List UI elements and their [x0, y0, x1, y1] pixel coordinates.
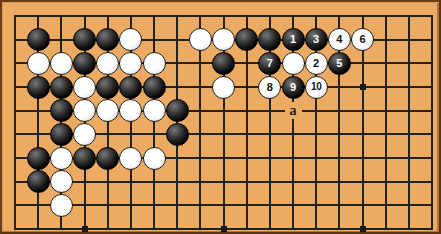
black-stone [27, 76, 50, 99]
white-stone [143, 99, 166, 122]
white-stone [50, 147, 73, 170]
black-stone-move-5: 5 [328, 52, 351, 75]
white-stone-move-2: 2 [305, 52, 328, 75]
star-point [221, 226, 227, 232]
black-stone [50, 99, 73, 122]
white-stone [212, 28, 235, 51]
go-board: 13467258910a [0, 0, 441, 234]
star-point [360, 226, 366, 232]
black-stone-move-7: 7 [258, 52, 281, 75]
black-stone [166, 123, 189, 146]
star-point [82, 226, 88, 232]
white-stone [50, 170, 73, 193]
white-stone [143, 147, 166, 170]
white-stone [189, 28, 212, 51]
grid-line-horizontal [14, 181, 433, 183]
go-diagram: 13467258910a [0, 0, 441, 234]
black-stone-move-1: 1 [282, 28, 305, 51]
white-stone [73, 76, 96, 99]
black-stone [73, 52, 96, 75]
grid-line-vertical [408, 15, 410, 230]
white-stone [119, 99, 142, 122]
white-stone [282, 52, 305, 75]
grid-line-vertical [153, 15, 155, 230]
black-stone [73, 147, 96, 170]
black-stone [50, 76, 73, 99]
black-stone-move-3: 3 [305, 28, 328, 51]
black-stone [96, 28, 119, 51]
black-stone [27, 28, 50, 51]
white-stone-move-10: 10 [305, 76, 328, 99]
star-point [360, 84, 366, 90]
black-stone [166, 99, 189, 122]
white-stone [73, 99, 96, 122]
grid-line-vertical [14, 15, 16, 230]
black-stone [119, 76, 142, 99]
grid-line-horizontal [14, 15, 433, 17]
white-stone [212, 76, 235, 99]
black-stone [27, 170, 50, 193]
white-stone [96, 99, 119, 122]
black-stone [212, 52, 235, 75]
black-stone-move-9: 9 [282, 76, 305, 99]
black-stone [258, 28, 281, 51]
white-stone [96, 52, 119, 75]
white-stone [119, 28, 142, 51]
white-stone [119, 52, 142, 75]
black-stone [73, 28, 96, 51]
white-stone [50, 52, 73, 75]
white-stone [27, 52, 50, 75]
white-stone-move-4: 4 [328, 28, 351, 51]
black-stone [96, 76, 119, 99]
black-stone [96, 147, 119, 170]
grid-line-vertical [431, 15, 433, 230]
point-label-a: a [285, 102, 302, 119]
black-stone [50, 123, 73, 146]
white-stone [73, 123, 96, 146]
black-stone [27, 147, 50, 170]
grid-line-horizontal [14, 204, 433, 206]
white-stone-move-8: 8 [258, 76, 281, 99]
white-stone [143, 52, 166, 75]
white-stone [50, 194, 73, 217]
black-stone [235, 28, 258, 51]
white-stone-move-6: 6 [351, 28, 374, 51]
black-stone [143, 76, 166, 99]
white-stone [119, 147, 142, 170]
grid-line-vertical [385, 15, 387, 230]
